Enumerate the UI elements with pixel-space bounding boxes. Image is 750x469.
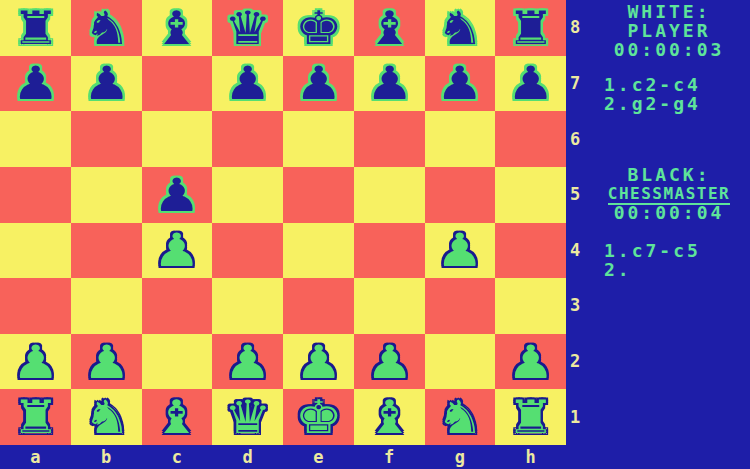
square-e7[interactable]: ♟ [283,56,354,112]
white-move-2: 2.g2-g4 [604,94,750,113]
square-b3[interactable] [71,278,142,334]
square-c5[interactable]: ♟ [142,167,213,223]
square-f4[interactable] [354,223,425,279]
square-h4[interactable] [495,223,566,279]
file-label-a: a [0,445,71,469]
square-e8[interactable]: ♚ [283,0,354,56]
square-d6[interactable] [212,111,283,167]
square-h5[interactable] [495,167,566,223]
square-d2[interactable]: ♟ [212,334,283,390]
piece-white-pawn[interactable]: ♟ [12,339,59,385]
square-e5[interactable] [283,167,354,223]
piece-white-bishop[interactable]: ♝ [365,394,412,440]
piece-white-pawn[interactable]: ♟ [507,339,554,385]
file-label-f: f [354,445,425,469]
square-h6[interactable] [495,111,566,167]
piece-black-pawn[interactable]: ♟ [12,60,59,106]
square-g7[interactable]: ♟ [425,56,496,112]
square-b4[interactable] [71,223,142,279]
black-move-2: 2. [604,260,750,279]
square-a8[interactable]: ♜ [0,0,71,56]
square-c8[interactable]: ♝ [142,0,213,56]
square-e1[interactable]: ♚ [283,389,354,445]
square-a1[interactable]: ♜ [0,389,71,445]
square-h1[interactable]: ♜ [495,389,566,445]
square-d4[interactable] [212,223,283,279]
square-b2[interactable]: ♟ [71,334,142,390]
piece-black-bishop[interactable]: ♝ [153,5,200,51]
square-e4[interactable] [283,223,354,279]
square-h8[interactable]: ♜ [495,0,566,56]
square-b5[interactable] [71,167,142,223]
square-d1[interactable]: ♛ [212,389,283,445]
black-player-name: CHESSMASTER [588,184,750,203]
square-d3[interactable] [212,278,283,334]
piece-white-pawn[interactable]: ♟ [436,227,483,273]
piece-white-pawn[interactable]: ♟ [82,339,129,385]
square-e6[interactable] [283,111,354,167]
square-a3[interactable] [0,278,71,334]
file-labels: abcdefgh [0,445,566,469]
file-label-c: c [142,445,213,469]
black-move-list: 1.c7-c5 2. [588,241,750,279]
piece-white-knight[interactable]: ♞ [436,394,483,440]
square-a6[interactable] [0,111,71,167]
square-f7[interactable]: ♟ [354,56,425,112]
piece-black-pawn[interactable]: ♟ [295,60,342,106]
piece-black-rook[interactable]: ♜ [12,5,59,51]
piece-white-knight[interactable]: ♞ [82,394,129,440]
piece-white-pawn[interactable]: ♟ [153,227,200,273]
square-a2[interactable]: ♟ [0,334,71,390]
square-c6[interactable] [142,111,213,167]
file-label-h: h [495,445,566,469]
square-g1[interactable]: ♞ [425,389,496,445]
sidebar: WHITE: PLAYER 00:00:03 1.c2-c4 2.g2-g4 B… [588,0,750,469]
square-a4[interactable] [0,223,71,279]
piece-black-bishop[interactable]: ♝ [365,5,412,51]
file-label-e: e [283,445,354,469]
piece-black-knight[interactable]: ♞ [82,5,129,51]
black-move-1: 1.c7-c5 [604,241,750,260]
file-label-b: b [71,445,142,469]
square-h7[interactable]: ♟ [495,56,566,112]
piece-black-pawn[interactable]: ♟ [436,60,483,106]
piece-white-pawn[interactable]: ♟ [224,339,271,385]
chess-game-screen: ♜♞♝♛♚♝♞♜♟♟♟♟♟♟♟♟♟♟♟♟♟♟♟♟♜♞♝♛♚♝♞♜ 8765432… [0,0,750,469]
square-g5[interactable] [425,167,496,223]
piece-black-queen[interactable]: ♛ [224,5,271,51]
square-a5[interactable] [0,167,71,223]
square-c2[interactable] [142,334,213,390]
white-move-1: 1.c2-c4 [604,75,750,94]
square-f2[interactable]: ♟ [354,334,425,390]
piece-black-king[interactable]: ♚ [295,5,342,51]
piece-white-rook[interactable]: ♜ [507,394,554,440]
square-b7[interactable]: ♟ [71,56,142,112]
piece-black-knight[interactable]: ♞ [436,5,483,51]
piece-white-rook[interactable]: ♜ [12,394,59,440]
white-info-panel: WHITE: PLAYER 00:00:03 [588,2,750,59]
piece-white-pawn[interactable]: ♟ [295,339,342,385]
black-info-panel: BLACK: CHESSMASTER 00:00:04 [588,165,750,222]
square-g2[interactable] [425,334,496,390]
square-f8[interactable]: ♝ [354,0,425,56]
square-g8[interactable]: ♞ [425,0,496,56]
square-c3[interactable] [142,278,213,334]
square-d5[interactable] [212,167,283,223]
piece-white-pawn[interactable]: ♟ [365,339,412,385]
square-c7[interactable] [142,56,213,112]
square-b1[interactable]: ♞ [71,389,142,445]
piece-white-queen[interactable]: ♛ [224,394,271,440]
square-e2[interactable]: ♟ [283,334,354,390]
square-b8[interactable]: ♞ [71,0,142,56]
square-c4[interactable]: ♟ [142,223,213,279]
square-e3[interactable] [283,278,354,334]
piece-black-rook[interactable]: ♜ [507,5,554,51]
square-b6[interactable] [71,111,142,167]
black-label: BLACK: [588,165,750,184]
square-h3[interactable] [495,278,566,334]
white-player-name: PLAYER [588,21,750,40]
square-f5[interactable] [354,167,425,223]
piece-black-pawn[interactable]: ♟ [365,60,412,106]
square-d8[interactable]: ♛ [212,0,283,56]
piece-black-pawn[interactable]: ♟ [82,60,129,106]
white-label: WHITE: [588,2,750,21]
square-h2[interactable]: ♟ [495,334,566,390]
piece-white-bishop[interactable]: ♝ [153,394,200,440]
square-c1[interactable]: ♝ [142,389,213,445]
square-f6[interactable] [354,111,425,167]
piece-black-pawn[interactable]: ♟ [224,60,271,106]
square-g3[interactable] [425,278,496,334]
black-clock: 00:00:04 [588,203,750,222]
square-d7[interactable]: ♟ [212,56,283,112]
white-move-list: 1.c2-c4 2.g2-g4 [588,75,750,113]
file-label-g: g [425,445,496,469]
square-g6[interactable] [425,111,496,167]
chess-board: ♜♞♝♛♚♝♞♜♟♟♟♟♟♟♟♟♟♟♟♟♟♟♟♟♜♞♝♛♚♝♞♜ [0,0,566,445]
square-f3[interactable] [354,278,425,334]
square-a7[interactable]: ♟ [0,56,71,112]
piece-black-pawn[interactable]: ♟ [153,172,200,218]
piece-black-pawn[interactable]: ♟ [507,60,554,106]
file-label-d: d [212,445,283,469]
square-f1[interactable]: ♝ [354,389,425,445]
white-clock: 00:00:03 [588,40,750,59]
piece-white-king[interactable]: ♚ [295,394,342,440]
square-g4[interactable]: ♟ [425,223,496,279]
